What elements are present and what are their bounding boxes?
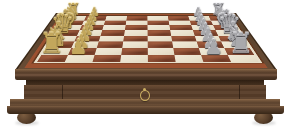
- black-pawn[interactable]: ♟: [204, 37, 223, 58]
- white-rook[interactable]: ♜: [39, 30, 64, 58]
- chess-set-photo: ♜♞♝♛♚♝♞♜♟♟♟♟♟♟♟♟♟♟♟♟♟♟♟♟♜♞♝♛♚♝♞♜: [0, 0, 290, 127]
- white-pawn[interactable]: ♟: [69, 37, 88, 58]
- pieces-layer: ♜♞♝♛♚♝♞♜♟♟♟♟♟♟♟♟♟♟♟♟♟♟♟♟♜♞♝♛♚♝♞♜: [0, 0, 290, 127]
- black-rook[interactable]: ♜: [228, 30, 253, 58]
